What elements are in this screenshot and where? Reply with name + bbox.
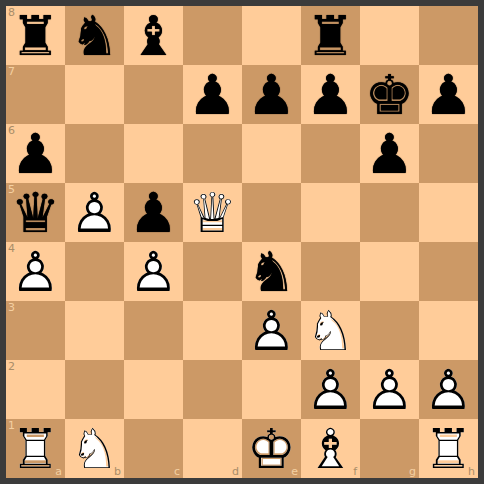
white-rook-outline: ♖ (6, 419, 65, 478)
square-a5[interactable]: 5♛ (6, 183, 65, 242)
square-d3[interactable] (183, 301, 242, 360)
square-b1[interactable]: b♞♘ (65, 419, 124, 478)
chess-board-frame: 8♜♞♝♜7♟♟♟♚♟6♟♟5♛♟♙♟♛♕4♟♙♟♙♞3♟♙♞♘2♟♙♟♙♟♙1… (0, 0, 484, 484)
square-d6[interactable] (183, 124, 242, 183)
square-c3[interactable] (124, 301, 183, 360)
square-g8[interactable] (360, 6, 419, 65)
white-knight-outline: ♘ (65, 419, 124, 478)
square-f8[interactable]: ♜ (301, 6, 360, 65)
white-knight-piece[interactable]: ♞♘ (301, 301, 360, 360)
square-h6[interactable] (419, 124, 478, 183)
square-g3[interactable] (360, 301, 419, 360)
square-d2[interactable] (183, 360, 242, 419)
file-label-d: d (232, 465, 239, 478)
white-pawn-piece[interactable]: ♟♙ (124, 242, 183, 301)
white-pawn-piece[interactable]: ♟♙ (301, 360, 360, 419)
square-g1[interactable]: g (360, 419, 419, 478)
file-label-c: c (174, 465, 180, 478)
square-d8[interactable] (183, 6, 242, 65)
black-pawn-piece[interactable]: ♟ (242, 65, 301, 124)
square-h7[interactable]: ♟ (419, 65, 478, 124)
black-pawn-glyph: ♟ (419, 65, 478, 124)
black-rook-glyph: ♜ (6, 6, 65, 65)
square-b2[interactable] (65, 360, 124, 419)
black-pawn-piece[interactable]: ♟ (301, 65, 360, 124)
white-rook-piece[interactable]: ♜♖ (419, 419, 478, 478)
black-pawn-glyph: ♟ (301, 65, 360, 124)
square-c1[interactable]: c (124, 419, 183, 478)
black-king-piece[interactable]: ♚ (360, 65, 419, 124)
square-c5[interactable]: ♟ (124, 183, 183, 242)
white-king-piece[interactable]: ♚♔ (242, 419, 301, 478)
square-f6[interactable] (301, 124, 360, 183)
square-f7[interactable]: ♟ (301, 65, 360, 124)
black-king-glyph: ♚ (360, 65, 419, 124)
black-bishop-piece[interactable]: ♝ (124, 6, 183, 65)
square-g7[interactable]: ♚ (360, 65, 419, 124)
square-c8[interactable]: ♝ (124, 6, 183, 65)
square-a8[interactable]: 8♜ (6, 6, 65, 65)
square-g5[interactable] (360, 183, 419, 242)
white-pawn-piece[interactable]: ♟♙ (65, 183, 124, 242)
black-queen-glyph: ♛ (6, 183, 65, 242)
black-knight-glyph: ♞ (242, 242, 301, 301)
black-rook-glyph: ♜ (301, 6, 360, 65)
square-e8[interactable] (242, 6, 301, 65)
square-a3[interactable]: 3 (6, 301, 65, 360)
rank-label-2: 2 (8, 360, 15, 373)
white-queen-piece[interactable]: ♛♕ (183, 183, 242, 242)
square-c4[interactable]: ♟♙ (124, 242, 183, 301)
white-pawn-outline: ♙ (242, 301, 301, 360)
square-b5[interactable]: ♟♙ (65, 183, 124, 242)
square-a6[interactable]: 6♟ (6, 124, 65, 183)
square-e4[interactable]: ♞ (242, 242, 301, 301)
square-f5[interactable] (301, 183, 360, 242)
square-a4[interactable]: 4♟♙ (6, 242, 65, 301)
white-rook-piece[interactable]: ♜♖ (6, 419, 65, 478)
square-a2[interactable]: 2 (6, 360, 65, 419)
square-e5[interactable] (242, 183, 301, 242)
square-h2[interactable]: ♟♙ (419, 360, 478, 419)
black-knight-glyph: ♞ (65, 6, 124, 65)
black-rook-piece[interactable]: ♜ (6, 6, 65, 65)
square-h4[interactable] (419, 242, 478, 301)
square-d4[interactable] (183, 242, 242, 301)
square-g2[interactable]: ♟♙ (360, 360, 419, 419)
square-f3[interactable]: ♞♘ (301, 301, 360, 360)
white-pawn-outline: ♙ (124, 242, 183, 301)
black-pawn-piece[interactable]: ♟ (183, 65, 242, 124)
square-d7[interactable]: ♟ (183, 65, 242, 124)
white-bishop-piece[interactable]: ♝♗ (301, 419, 360, 478)
white-knight-outline: ♘ (301, 301, 360, 360)
square-e7[interactable]: ♟ (242, 65, 301, 124)
square-b3[interactable] (65, 301, 124, 360)
square-c6[interactable] (124, 124, 183, 183)
white-pawn-outline: ♙ (6, 242, 65, 301)
chess-board: 8♜♞♝♜7♟♟♟♚♟6♟♟5♛♟♙♟♛♕4♟♙♟♙♞3♟♙♞♘2♟♙♟♙♟♙1… (6, 6, 478, 478)
black-pawn-piece[interactable]: ♟ (419, 65, 478, 124)
white-queen-outline: ♕ (183, 183, 242, 242)
white-pawn-outline: ♙ (65, 183, 124, 242)
square-d1[interactable]: d (183, 419, 242, 478)
square-f2[interactable]: ♟♙ (301, 360, 360, 419)
white-pawn-piece[interactable]: ♟♙ (242, 301, 301, 360)
white-pawn-piece[interactable]: ♟♙ (6, 242, 65, 301)
square-c2[interactable] (124, 360, 183, 419)
square-c7[interactable] (124, 65, 183, 124)
white-pawn-outline: ♙ (419, 360, 478, 419)
white-king-outline: ♔ (242, 419, 301, 478)
black-rook-piece[interactable]: ♜ (301, 6, 360, 65)
square-b6[interactable] (65, 124, 124, 183)
square-f1[interactable]: f♝♗ (301, 419, 360, 478)
square-f4[interactable] (301, 242, 360, 301)
black-bishop-glyph: ♝ (124, 6, 183, 65)
square-g6[interactable]: ♟ (360, 124, 419, 183)
square-h5[interactable] (419, 183, 478, 242)
square-a1[interactable]: 1a♜♖ (6, 419, 65, 478)
white-pawn-piece[interactable]: ♟♙ (360, 360, 419, 419)
white-pawn-outline: ♙ (301, 360, 360, 419)
rank-label-7: 7 (8, 65, 15, 78)
black-pawn-glyph: ♟ (242, 65, 301, 124)
square-g4[interactable] (360, 242, 419, 301)
white-pawn-piece[interactable]: ♟♙ (419, 360, 478, 419)
square-h3[interactable] (419, 301, 478, 360)
white-rook-outline: ♖ (419, 419, 478, 478)
white-bishop-outline: ♗ (301, 419, 360, 478)
white-pawn-outline: ♙ (360, 360, 419, 419)
square-e6[interactable] (242, 124, 301, 183)
square-d5[interactable]: ♛♕ (183, 183, 242, 242)
black-pawn-glyph: ♟ (183, 65, 242, 124)
square-b7[interactable] (65, 65, 124, 124)
file-label-g: g (409, 465, 416, 478)
white-knight-piece[interactable]: ♞♘ (65, 419, 124, 478)
square-e2[interactable] (242, 360, 301, 419)
black-pawn-piece[interactable]: ♟ (360, 124, 419, 183)
square-a7[interactable]: 7 (6, 65, 65, 124)
black-queen-piece[interactable]: ♛ (6, 183, 65, 242)
black-knight-piece[interactable]: ♞ (242, 242, 301, 301)
square-e3[interactable]: ♟♙ (242, 301, 301, 360)
black-knight-piece[interactable]: ♞ (65, 6, 124, 65)
black-pawn-piece[interactable]: ♟ (6, 124, 65, 183)
black-pawn-glyph: ♟ (124, 183, 183, 242)
square-h1[interactable]: h♜♖ (419, 419, 478, 478)
rank-label-3: 3 (8, 301, 15, 314)
black-pawn-glyph: ♟ (6, 124, 65, 183)
square-e1[interactable]: e♚♔ (242, 419, 301, 478)
square-b4[interactable] (65, 242, 124, 301)
black-pawn-piece[interactable]: ♟ (124, 183, 183, 242)
black-pawn-glyph: ♟ (360, 124, 419, 183)
square-b8[interactable]: ♞ (65, 6, 124, 65)
square-h8[interactable] (419, 6, 478, 65)
